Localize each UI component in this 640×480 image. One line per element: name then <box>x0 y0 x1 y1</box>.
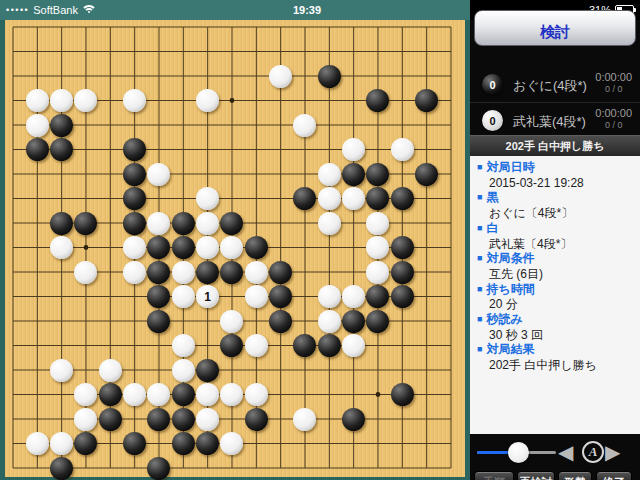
stone-black <box>172 432 195 455</box>
bullet-icon: ■ <box>477 192 482 202</box>
stone-white <box>26 114 49 137</box>
stone-black <box>318 334 341 357</box>
stone-white <box>342 285 365 308</box>
move-number-marker: 1 <box>196 285 219 308</box>
stone-black <box>123 163 146 186</box>
stone-white <box>196 383 219 406</box>
stone-black <box>269 261 292 284</box>
stone-white <box>220 310 243 333</box>
white-stone-capture-badge: 0 <box>482 110 503 131</box>
stone-black <box>342 408 365 431</box>
next-move-button[interactable]: ▶ <box>605 439 620 465</box>
black-clock: 0:00:00 <box>595 71 632 83</box>
stone-black <box>26 138 49 161</box>
stone-white <box>318 163 341 186</box>
stone-black <box>269 285 292 308</box>
info-label: ■秒読み <box>477 312 640 328</box>
info-label: ■対局日時 <box>477 160 640 176</box>
stone-white <box>50 432 73 455</box>
stone-white <box>245 285 268 308</box>
stone-black <box>123 187 146 210</box>
stone-white <box>123 236 146 259</box>
stone-black <box>245 236 268 259</box>
status-clock: 19:39 <box>0 0 614 20</box>
bullet-icon: ■ <box>477 284 482 294</box>
bullet-icon: ■ <box>477 253 482 263</box>
black-periods: 0 / 0 <box>595 84 632 94</box>
stone-black <box>123 138 146 161</box>
stone-white <box>391 138 414 161</box>
white-periods: 0 / 0 <box>595 120 632 130</box>
stone-white <box>196 89 219 112</box>
bullet-icon: ■ <box>477 314 482 324</box>
re-review-button[interactable]: 再検討 <box>517 471 555 480</box>
stone-black <box>99 408 122 431</box>
stone-white <box>196 236 219 259</box>
white-player-name: 武礼葉(4段*) <box>513 113 586 131</box>
stone-white <box>318 212 341 235</box>
stone-black <box>196 359 219 382</box>
stone-white <box>26 432 49 455</box>
stone-black <box>391 187 414 210</box>
stone-white <box>172 334 195 357</box>
stone-white <box>342 138 365 161</box>
stone-black <box>50 138 73 161</box>
stone-black <box>245 408 268 431</box>
stone-black <box>172 212 195 235</box>
info-value: 2015-03-21 19:28 <box>489 176 640 191</box>
stone-black <box>50 212 73 235</box>
stone-black <box>123 212 146 235</box>
divider <box>470 102 640 103</box>
stone-white <box>245 334 268 357</box>
stone-white <box>293 114 316 137</box>
player-row-white: 0 武礼葉(4段*) 0:00:00 0 / 0 <box>470 104 640 138</box>
stone-white <box>196 187 219 210</box>
move-slider[interactable] <box>477 451 556 454</box>
white-player-times: 0:00:00 0 / 0 <box>595 107 632 130</box>
moves-button[interactable]: 手順 <box>474 471 514 480</box>
review-mode-button[interactable]: 検討 <box>475 23 635 42</box>
stone-white <box>26 89 49 112</box>
info-label: ■対局条件 <box>477 251 640 267</box>
stone-white <box>196 212 219 235</box>
black-player-name: おぐに(4段*) <box>513 77 587 95</box>
stone-black <box>123 432 146 455</box>
stone-black <box>415 89 438 112</box>
stone-white <box>99 359 122 382</box>
game-info-list: ■対局日時2015-03-21 19:28■黒おぐに〔4段*〕■白武礼葉〔4段*… <box>470 156 640 434</box>
info-value: 30 秒 3 回 <box>489 328 640 343</box>
stone-black <box>415 163 438 186</box>
prev-move-button[interactable]: ◀ <box>558 439 573 465</box>
stone-white <box>123 89 146 112</box>
white-clock: 0:00:00 <box>595 107 632 119</box>
bullet-icon: ■ <box>477 162 482 172</box>
stone-black <box>74 212 97 235</box>
stone-white <box>342 334 365 357</box>
black-stone-capture-badge: 0 <box>482 74 503 95</box>
stone-white <box>366 212 389 235</box>
stone-white <box>123 261 146 284</box>
info-label: ■持ち時間 <box>477 282 640 298</box>
board-frame: 1 <box>0 20 470 480</box>
stone-white <box>74 408 97 431</box>
stone-black <box>391 236 414 259</box>
stone-white <box>318 187 341 210</box>
stone-white <box>318 285 341 308</box>
black-player-times: 0:00:00 0 / 0 <box>595 71 632 94</box>
stone-black <box>147 310 170 333</box>
stone-white <box>318 310 341 333</box>
stone-black <box>99 383 122 406</box>
stone-black <box>147 457 170 480</box>
stone-black <box>391 261 414 284</box>
stone-white <box>269 65 292 88</box>
stone-black <box>318 65 341 88</box>
stone-black <box>269 310 292 333</box>
stone-white <box>50 89 73 112</box>
stone-white <box>245 261 268 284</box>
stone-white <box>147 163 170 186</box>
stone-white <box>50 359 73 382</box>
result-header-text: 202手 白中押し勝ち <box>470 136 640 156</box>
stone-black <box>196 261 219 284</box>
stone-white <box>245 383 268 406</box>
stone-white <box>50 236 73 259</box>
stone-white: 1 <box>196 285 219 308</box>
stone-white <box>293 408 316 431</box>
stone-black <box>172 383 195 406</box>
info-value: おぐに〔4段*〕 <box>489 206 640 221</box>
stone-white <box>172 359 195 382</box>
go-board[interactable]: 1 <box>5 20 465 477</box>
info-value: 互先 (6目) <box>489 267 640 282</box>
info-label: ■白 <box>477 221 640 237</box>
stone-white <box>342 187 365 210</box>
stone-black <box>172 408 195 431</box>
stone-black <box>366 163 389 186</box>
stone-white <box>172 285 195 308</box>
position-eval-button[interactable]: 形勢 <box>558 471 592 480</box>
stone-black <box>220 212 243 235</box>
info-label: ■対局結果 <box>477 342 640 358</box>
stone-white <box>74 261 97 284</box>
playback-controls: ◀ A ▶ 手順 再検討 形勢 終了 <box>470 434 640 480</box>
move-slider-knob[interactable] <box>508 442 529 463</box>
stone-black <box>172 236 195 259</box>
player-row-black: 0 おぐに(4段*) 0:00:00 0 / 0 <box>470 68 640 102</box>
stone-black <box>50 114 73 137</box>
stone-black <box>342 310 365 333</box>
stone-black <box>391 285 414 308</box>
bullet-icon: ■ <box>477 223 482 233</box>
result-header: 202手 白中押し勝ち <box>470 135 640 156</box>
app-screen: ••••• SoftBank 19:39 31% 1 検討 0 おぐに(4段*)… <box>0 0 640 480</box>
side-panel: 検討 0 おぐに(4段*) 0:00:00 0 / 0 0 武礼葉(4段*) 0… <box>470 20 640 480</box>
stone-black <box>366 310 389 333</box>
stone-white <box>366 261 389 284</box>
stone-black <box>196 432 219 455</box>
bullet-icon: ■ <box>477 344 482 354</box>
exit-button[interactable]: 終了 <box>596 471 632 480</box>
stone-black <box>220 261 243 284</box>
stone-black <box>342 163 365 186</box>
stone-black <box>147 261 170 284</box>
stone-black <box>391 383 414 406</box>
stone-white <box>196 408 219 431</box>
stone-white <box>123 383 146 406</box>
info-value: 202手 白中押し勝ち <box>489 358 640 373</box>
stone-black <box>147 408 170 431</box>
stone-black <box>50 457 73 480</box>
auto-play-button[interactable]: A <box>582 441 604 463</box>
info-value: 武礼葉〔4段*〕 <box>489 237 640 252</box>
stone-white <box>147 212 170 235</box>
info-value: 20 分 <box>489 297 640 312</box>
stone-white <box>172 261 195 284</box>
info-label: ■黒 <box>477 190 640 206</box>
